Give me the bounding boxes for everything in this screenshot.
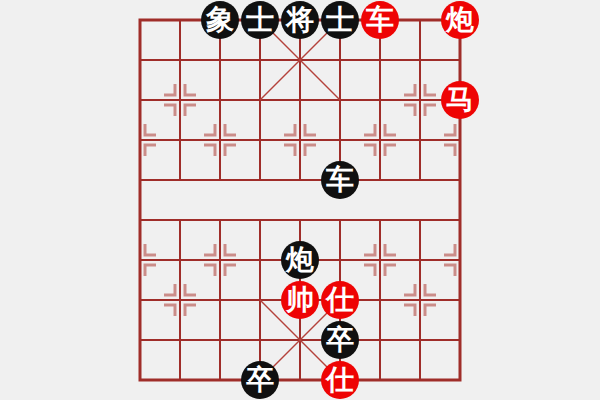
xiangqi-screenshot: 象士将士车炮马车炮帅仕卒卒仕 xyxy=(0,0,600,400)
piece-red-horse[interactable]: 马 xyxy=(441,81,479,119)
piece-red-general[interactable]: 帅 xyxy=(281,281,319,319)
pieces-layer: 象士将士车炮马车炮帅仕卒卒仕 xyxy=(120,0,480,400)
piece-black-chariot[interactable]: 车 xyxy=(321,161,359,199)
piece-red-chariot[interactable]: 车 xyxy=(361,1,399,39)
piece-black-cannon[interactable]: 炮 xyxy=(281,241,319,279)
piece-red-cannon[interactable]: 炮 xyxy=(441,1,479,39)
piece-black-soldier[interactable]: 卒 xyxy=(241,361,279,399)
piece-red-advisor[interactable]: 仕 xyxy=(321,281,359,319)
piece-black-advisor[interactable]: 士 xyxy=(321,1,359,39)
piece-black-general[interactable]: 将 xyxy=(281,1,319,39)
piece-red-advisor[interactable]: 仕 xyxy=(321,361,359,399)
piece-black-soldier[interactable]: 卒 xyxy=(321,321,359,359)
piece-black-advisor[interactable]: 士 xyxy=(241,1,279,39)
piece-black-elephant[interactable]: 象 xyxy=(201,1,239,39)
